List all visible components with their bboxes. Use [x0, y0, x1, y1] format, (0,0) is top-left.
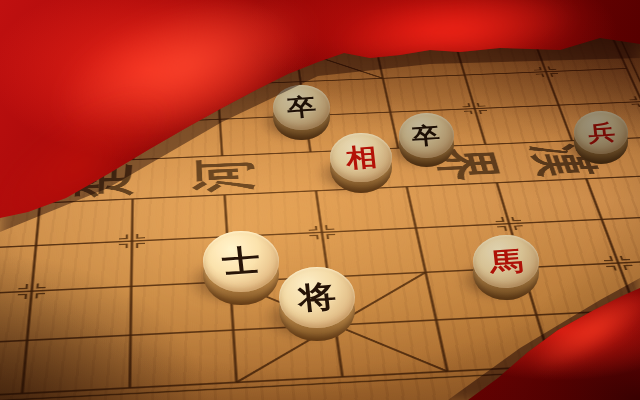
piece-face: 卒 — [399, 113, 454, 157]
piece-black-general[interactable]: 将 — [279, 267, 355, 341]
piece-face: 将 — [279, 267, 355, 328]
piece-character: 卒 — [285, 95, 316, 120]
piece-black-advisor[interactable]: 士 — [203, 231, 279, 305]
piece-red-elephant[interactable]: 相 — [330, 133, 392, 194]
piece-character: 卒 — [411, 123, 441, 147]
piece-red-soldier[interactable]: 兵 — [574, 111, 628, 164]
piece-face: 兵 — [574, 111, 628, 154]
piece-black-soldier-2[interactable]: 卒 — [399, 113, 454, 167]
piece-character: 士 — [220, 245, 261, 278]
piece-character: 兵 — [586, 121, 615, 144]
xiangqi-photo-scene: 楚河界漢 卒兵卒相士馬将 — [0, 0, 640, 400]
piece-character: 将 — [296, 281, 337, 314]
piece-red-horse[interactable]: 馬 — [473, 235, 539, 300]
piece-face: 士 — [203, 231, 279, 292]
piece-character: 相 — [344, 144, 378, 171]
piece-face: 相 — [330, 133, 392, 183]
piece-face: 馬 — [473, 235, 539, 288]
piece-character: 馬 — [488, 247, 524, 276]
